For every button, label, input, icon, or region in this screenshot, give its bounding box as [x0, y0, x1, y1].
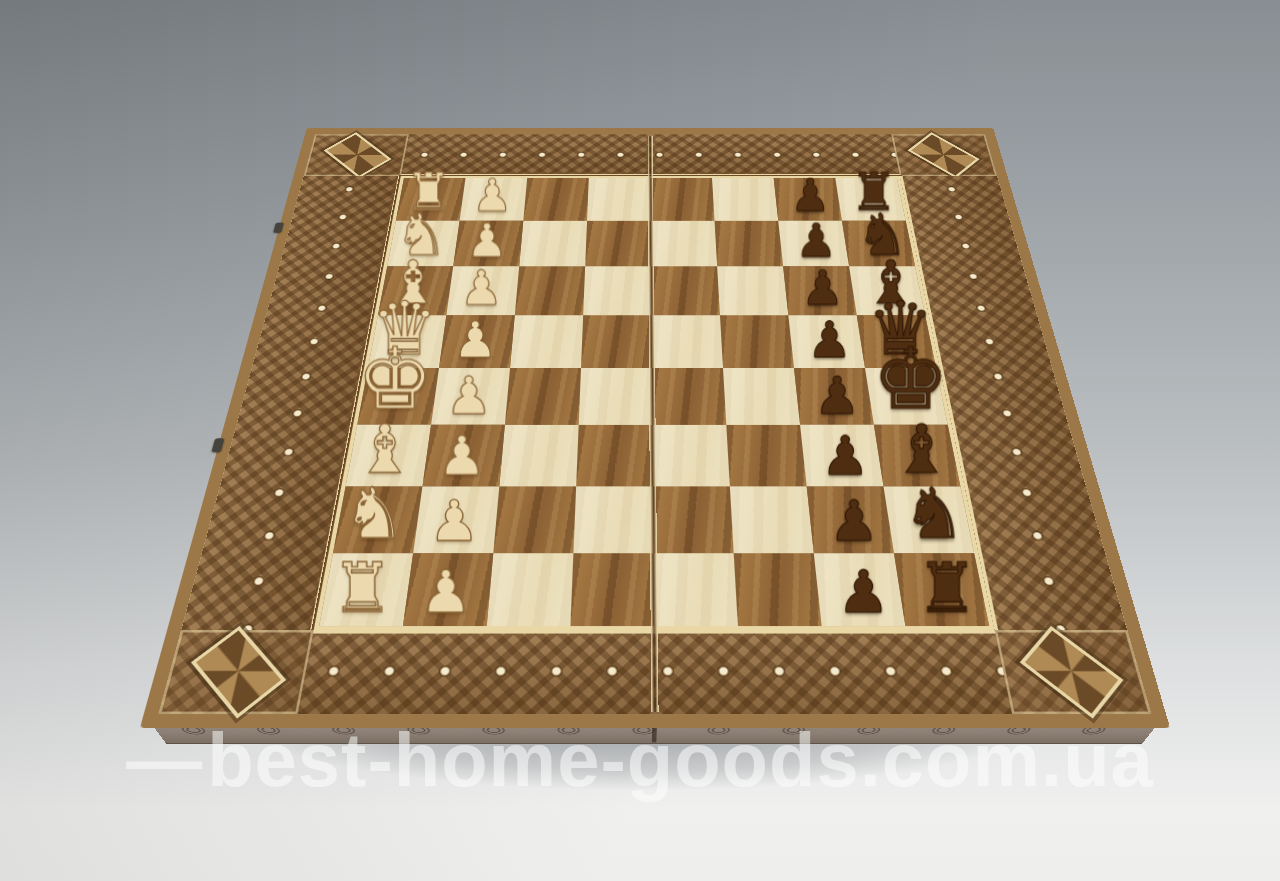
square-d4	[581, 315, 652, 368]
square-g8: ♞	[884, 486, 975, 553]
watermark-text: —best-home-goods.com.ua	[0, 716, 1280, 803]
square-h4	[570, 553, 654, 626]
square-g2: ♟	[413, 486, 499, 553]
watermark-dash: —	[126, 717, 203, 802]
corner-rosette	[891, 134, 997, 175]
square-b7: ♟	[778, 221, 849, 267]
piece-black-knight: ♞	[902, 479, 965, 549]
square-b3	[519, 221, 587, 267]
square-c6	[717, 266, 788, 315]
star-rosette-icon	[1019, 626, 1123, 719]
piece-black-pawn: ♟	[828, 493, 878, 549]
square-f5	[652, 425, 729, 487]
square-d3	[510, 315, 583, 368]
square-f2: ♟	[422, 425, 504, 487]
square-g6	[730, 486, 814, 553]
square-h7: ♟	[814, 553, 906, 626]
piece-white-pawn: ♟	[452, 315, 497, 365]
square-e5	[652, 368, 726, 425]
star-rosette-icon	[190, 626, 286, 719]
corner-rosette	[159, 630, 314, 714]
square-c5	[651, 266, 720, 315]
piece-white-pawn: ♟	[445, 370, 491, 422]
square-g3	[493, 486, 576, 553]
piece-white-pawn: ♟	[466, 217, 508, 263]
square-f6	[726, 425, 806, 487]
square-h1: ♜	[319, 553, 413, 626]
square-d5	[652, 315, 723, 368]
piece-white-pawn: ♟	[472, 173, 512, 218]
square-d6	[720, 315, 794, 368]
piece-white-rook: ♜	[331, 554, 392, 622]
piece-black-pawn: ♟	[795, 217, 837, 263]
piece-white-pawn: ♟	[459, 264, 502, 312]
square-h8: ♜	[894, 553, 989, 626]
carved-wooden-chess-box: ♜♟♟♜♞♟♟♞♝♟♟♝♛♟♟♛♚♟♟♚♝♟♟♝♞♟♟♞♜♟♟♜	[140, 128, 1170, 728]
square-b4	[585, 221, 651, 267]
piece-black-pawn: ♟	[801, 264, 844, 312]
square-c4	[583, 266, 651, 315]
square-g5	[653, 486, 734, 553]
square-c3	[515, 266, 585, 315]
square-d7: ♟	[788, 315, 865, 368]
square-g1: ♞	[333, 486, 422, 553]
piece-white-pawn: ♟	[428, 493, 478, 549]
square-a5	[650, 178, 714, 221]
square-a4	[587, 178, 651, 221]
square-e6	[723, 368, 800, 425]
piece-white-pawn: ♟	[419, 563, 472, 622]
square-h5	[654, 553, 738, 626]
square-e2: ♟	[431, 368, 510, 425]
square-g4	[573, 486, 653, 553]
square-f3	[499, 425, 578, 487]
square-e4	[579, 368, 653, 425]
square-b6	[714, 221, 783, 267]
piece-white-pawn: ♟	[437, 429, 485, 483]
watermark-site: best-home-goods.com.ua	[207, 717, 1154, 802]
piece-black-pawn: ♟	[813, 370, 859, 422]
square-a6	[712, 178, 778, 221]
corner-rosette	[304, 134, 409, 175]
square-g7: ♟	[807, 486, 894, 553]
square-f4	[576, 425, 653, 487]
piece-black-pawn: ♟	[790, 173, 830, 218]
square-f7: ♟	[800, 425, 883, 487]
piece-black-pawn: ♟	[820, 429, 868, 483]
square-b5	[651, 221, 717, 267]
square-d2: ♟	[439, 315, 515, 368]
corner-rosette	[995, 630, 1151, 714]
square-c7: ♟	[783, 266, 857, 315]
piece-white-knight: ♞	[342, 479, 405, 549]
piece-black-pawn: ♟	[807, 315, 852, 365]
square-c2: ♟	[446, 266, 519, 315]
square-e7: ♟	[794, 368, 874, 425]
square-h3	[487, 553, 574, 626]
square-h2: ♟	[403, 553, 493, 626]
square-a3	[523, 178, 588, 221]
square-b2: ♟	[453, 221, 523, 267]
latch-hook-icon	[211, 438, 224, 452]
square-h6	[734, 553, 822, 626]
piece-black-pawn: ♟	[837, 563, 890, 622]
star-rosette-icon	[323, 132, 391, 178]
latch-hook-icon	[273, 223, 284, 233]
square-e3	[505, 368, 581, 425]
star-rosette-icon	[907, 132, 979, 178]
piece-black-rook: ♜	[916, 554, 977, 622]
